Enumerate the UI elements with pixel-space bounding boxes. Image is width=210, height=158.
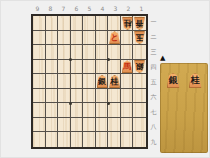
board-square[interactable] [133, 103, 146, 118]
file-label: 3 [109, 4, 122, 13]
board-square[interactable] [33, 60, 46, 75]
board-square[interactable] [83, 31, 96, 46]
board-square[interactable] [71, 45, 84, 60]
board-square[interactable] [33, 132, 46, 147]
board-square[interactable] [46, 132, 59, 147]
file-label: 4 [96, 4, 109, 13]
board-square[interactable] [33, 16, 46, 31]
file-label: 9 [31, 4, 44, 13]
file-label: 8 [44, 4, 57, 13]
board-square[interactable] [96, 132, 109, 147]
board-square[interactable] [133, 89, 146, 104]
board-square[interactable] [121, 132, 134, 147]
board-square[interactable] [133, 45, 146, 60]
star-point [107, 102, 110, 105]
board-square[interactable] [58, 31, 71, 46]
board-square[interactable] [46, 89, 59, 104]
board-square[interactable] [83, 89, 96, 104]
board-square[interactable] [33, 103, 46, 118]
board-square[interactable] [71, 60, 84, 75]
board-square[interactable] [46, 45, 59, 60]
board-square[interactable] [121, 118, 134, 133]
rank-label: 四 [149, 59, 158, 74]
board-square[interactable] [108, 118, 121, 133]
board-square[interactable] [133, 132, 146, 147]
board-square[interactable] [121, 103, 134, 118]
rank-label: 九 [149, 134, 158, 149]
board-square[interactable] [83, 60, 96, 75]
board-square[interactable] [46, 31, 59, 46]
board-grid [33, 16, 146, 147]
board-square[interactable] [83, 16, 96, 31]
rank-label: 八 [149, 119, 158, 134]
board-square[interactable] [83, 103, 96, 118]
board-square[interactable] [33, 31, 46, 46]
board-square[interactable] [83, 118, 96, 133]
hand-piece-桂[interactable]: 桂 [189, 73, 202, 88]
board-square[interactable] [108, 132, 121, 147]
board-square[interactable] [71, 16, 84, 31]
rank-label: 一 [149, 14, 158, 29]
board-square[interactable] [121, 74, 134, 89]
file-label: 5 [83, 4, 96, 13]
board-square[interactable] [96, 16, 109, 31]
board-square[interactable] [33, 74, 46, 89]
board-square[interactable] [33, 118, 46, 133]
board-square[interactable] [108, 103, 121, 118]
file-label: 1 [135, 4, 148, 13]
board-square[interactable] [83, 74, 96, 89]
file-labels: 987654321 [31, 4, 148, 13]
board-square[interactable] [71, 74, 84, 89]
board-square[interactable] [71, 31, 84, 46]
board-square[interactable] [33, 89, 46, 104]
board-square[interactable] [58, 16, 71, 31]
board-square[interactable] [46, 103, 59, 118]
file-label: 2 [122, 4, 135, 13]
star-point [69, 102, 72, 105]
rank-label: 六 [149, 89, 158, 104]
board-square[interactable] [96, 31, 109, 46]
rank-label: 三 [149, 44, 158, 59]
board-square[interactable] [71, 118, 84, 133]
board-square[interactable] [121, 45, 134, 60]
board-square[interactable] [46, 74, 59, 89]
board-square[interactable] [83, 45, 96, 60]
board-square[interactable] [58, 103, 71, 118]
board-square[interactable] [58, 89, 71, 104]
board-square[interactable] [33, 45, 46, 60]
board-square[interactable] [58, 60, 71, 75]
board-square[interactable] [96, 103, 109, 118]
board-square[interactable] [58, 132, 71, 147]
board-square[interactable] [83, 132, 96, 147]
board-square[interactable] [46, 118, 59, 133]
rank-label: 七 [149, 104, 158, 119]
hand-piece-銀[interactable]: 銀 [167, 73, 180, 88]
star-point [107, 58, 110, 61]
board-square[interactable] [108, 89, 121, 104]
board-square[interactable] [108, 60, 121, 75]
board-square[interactable] [133, 118, 146, 133]
file-label: 6 [70, 4, 83, 13]
board-square[interactable] [58, 74, 71, 89]
rank-labels: 一二三四五六七八九 [149, 14, 158, 149]
board-square[interactable] [46, 60, 59, 75]
board-square[interactable] [96, 60, 109, 75]
board-square[interactable] [121, 89, 134, 104]
board-square[interactable] [96, 118, 109, 133]
board-square[interactable] [108, 16, 121, 31]
board-square[interactable] [71, 103, 84, 118]
board-square[interactable] [71, 132, 84, 147]
sente-hand-marker: ▲ [160, 54, 165, 62]
board-square[interactable] [58, 118, 71, 133]
file-label: 7 [57, 4, 70, 13]
board-square[interactable] [46, 16, 59, 31]
board-square[interactable] [108, 45, 121, 60]
komadai-sente[interactable]: 銀桂 [160, 63, 208, 153]
board-square[interactable] [96, 89, 109, 104]
shogi-board[interactable]: 桂香と玉馬銀銀桂 [31, 14, 148, 149]
rank-label: 二 [149, 29, 158, 44]
board-square[interactable] [133, 74, 146, 89]
shogi-diagram: 987654321 桂香と玉馬銀銀桂 一二三四五六七八九 ▲ 銀桂 [0, 0, 210, 158]
board-square[interactable] [121, 31, 134, 46]
rank-label: 五 [149, 74, 158, 89]
board-square[interactable] [71, 89, 84, 104]
